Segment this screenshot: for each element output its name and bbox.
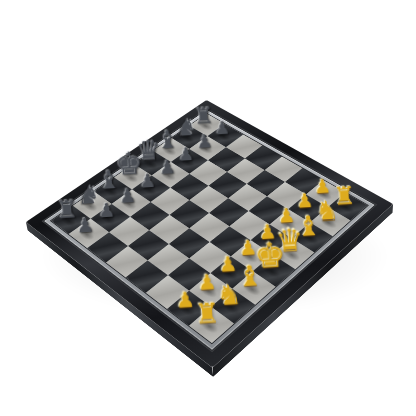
piece-black-pawn[interactable]: ♟	[118, 186, 136, 206]
piece-black-bishop[interactable]: ♝	[97, 167, 121, 194]
piece-black-pawn[interactable]: ♟	[76, 216, 94, 236]
piece-white-pawn[interactable]: ♟	[175, 289, 195, 311]
product-photo-scene: ♜♟♟♜♞♟♟♞♝♟♟♝♛♟♟♛♚♟♟♚♝♟♟♝♞♟♟♞♜♟♟♜	[0, 0, 416, 416]
piece-black-rook[interactable]: ♜	[193, 105, 214, 128]
board-frame: ♜♟♟♜♞♟♟♞♝♟♟♝♛♟♟♛♚♟♟♚♝♟♟♝♞♟♟♞♜♟♟♜	[26, 100, 393, 368]
piece-black-pawn[interactable]: ♟	[196, 132, 213, 150]
piece-black-pawn[interactable]: ♟	[97, 201, 115, 221]
piece-black-pawn[interactable]: ♟	[139, 172, 157, 191]
piece-black-pawn[interactable]: ♟	[214, 120, 231, 138]
piece-white-pawn[interactable]: ♟	[313, 176, 331, 196]
board-tilt-wrapper: ♜♟♟♜♞♟♟♞♝♟♟♝♛♟♟♛♚♟♟♚♝♟♟♝♞♟♟♞♜♟♟♜	[26, 100, 393, 368]
piece-black-knight[interactable]: ♞	[77, 182, 101, 208]
piece-white-pawn[interactable]: ♟	[296, 191, 314, 211]
piece-white-rook[interactable]: ♜	[194, 300, 220, 329]
piece-black-pawn[interactable]: ♟	[158, 158, 175, 177]
piece-black-rook[interactable]: ♜	[55, 197, 78, 222]
board-grid: ♜♟♟♜♞♟♟♞♝♟♟♝♛♟♟♛♚♟♟♚♝♟♟♝♞♟♟♞♜♟♟♜	[50, 113, 369, 344]
piece-black-pawn[interactable]: ♟	[177, 145, 194, 164]
piece-white-pawn[interactable]: ♟	[218, 254, 238, 276]
piece-white-pawn[interactable]: ♟	[197, 271, 217, 293]
